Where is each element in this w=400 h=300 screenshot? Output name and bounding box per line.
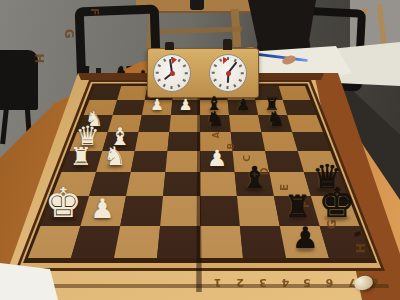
black-knight-c5: ♞ <box>206 110 224 130</box>
file-label-left-H: H <box>0 53 46 300</box>
clock-button-right <box>223 39 232 50</box>
white-pawn-b3: ♟ <box>150 98 164 113</box>
white-king-g1: ♚ <box>45 182 82 223</box>
clock-tick <box>178 59 181 62</box>
white-knight-e2: ♞ <box>103 144 126 170</box>
clock-tick <box>219 59 222 62</box>
black-rook-g7: ♜ <box>284 192 311 222</box>
black-pawn-h7: ♟ <box>292 224 319 254</box>
white-rook-e1: ♜ <box>70 145 92 170</box>
clock-tick <box>178 84 181 87</box>
clock-tick <box>212 72 215 74</box>
clock-tick <box>239 79 242 82</box>
clock-dial-right <box>209 54 247 92</box>
clock-tick <box>214 79 217 82</box>
clock-tick <box>158 64 161 67</box>
clock-tick <box>158 79 161 82</box>
white-pawn-g2: ♟ <box>90 194 114 221</box>
clock-tick <box>183 79 186 82</box>
white-pawn-b4: ♟ <box>179 98 193 113</box>
clock-pivot <box>226 71 231 76</box>
clock-tick <box>241 72 244 74</box>
black-pawn-b6: ♟ <box>236 98 250 113</box>
clock-tick <box>183 64 186 67</box>
clock-flag <box>172 57 177 64</box>
clock-tick <box>156 72 159 74</box>
white-pawn-e5: ♟ <box>207 147 227 169</box>
clock-tick <box>234 84 237 87</box>
file-label-right-H: H <box>354 235 400 253</box>
clock-tick <box>219 84 222 87</box>
black-bishop-f6: ♝ <box>241 163 268 193</box>
chess-game-photo: ♟♟ 12345678AABBCCDDEEFFGGHH ♟♟♝♟♜♞♞♞♛♝♜♞… <box>0 0 400 300</box>
clock-pivot <box>170 71 175 76</box>
clock-tick <box>163 84 166 87</box>
black-king-g8: ♚ <box>318 182 355 223</box>
clock-tick <box>214 64 217 67</box>
clock-tick <box>227 86 229 89</box>
clock-button-left <box>165 42 174 50</box>
clock-tick <box>163 59 166 62</box>
clock-tick <box>185 72 188 74</box>
clock-tick <box>239 64 242 67</box>
clock-dial-left <box>153 54 191 92</box>
chess-clock <box>147 42 257 96</box>
clock-tick <box>171 86 173 89</box>
black-knight-c7: ♞ <box>267 110 285 130</box>
